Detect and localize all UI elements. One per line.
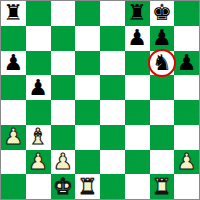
square-f2[interactable]	[125, 150, 150, 175]
square-e7[interactable]	[100, 26, 125, 51]
square-b7[interactable]	[26, 26, 51, 51]
piece-white-pawn[interactable]: ♟	[28, 151, 48, 173]
square-a4[interactable]	[1, 100, 26, 125]
square-h8[interactable]	[174, 1, 199, 26]
square-a3[interactable]: ♟	[1, 125, 26, 150]
square-c3[interactable]	[51, 125, 76, 150]
square-g2[interactable]	[150, 150, 175, 175]
square-h4[interactable]	[174, 100, 199, 125]
piece-black-pawn[interactable]: ♟	[127, 27, 147, 49]
square-f7[interactable]: ♟	[125, 26, 150, 51]
piece-black-knight[interactable]: ♞	[152, 52, 172, 74]
piece-white-rook[interactable]: ♜	[152, 176, 172, 198]
square-f1[interactable]	[125, 174, 150, 199]
square-d3[interactable]	[75, 125, 100, 150]
piece-black-pawn[interactable]: ♟	[28, 77, 48, 99]
square-f5[interactable]	[125, 75, 150, 100]
square-b3[interactable]: ♝	[26, 125, 51, 150]
square-h5[interactable]	[174, 75, 199, 100]
square-b6[interactable]	[26, 51, 51, 76]
square-e2[interactable]	[100, 150, 125, 175]
square-d7[interactable]	[75, 26, 100, 51]
square-e3[interactable]	[100, 125, 125, 150]
piece-black-king[interactable]: ♚	[152, 2, 172, 24]
square-a5[interactable]	[1, 75, 26, 100]
square-e1[interactable]	[100, 174, 125, 199]
square-g4[interactable]	[150, 100, 175, 125]
square-a7[interactable]	[1, 26, 26, 51]
chess-board: ♜♜♚♟♟♟♞♟♟♟♝♟♟♟♚♜♜	[0, 0, 200, 200]
square-b2[interactable]: ♟	[26, 150, 51, 175]
square-d2[interactable]	[75, 150, 100, 175]
square-g5[interactable]	[150, 75, 175, 100]
piece-white-pawn[interactable]: ♟	[177, 151, 197, 173]
square-g8[interactable]: ♚	[150, 1, 175, 26]
piece-black-rook[interactable]: ♜	[4, 2, 24, 24]
piece-white-pawn[interactable]: ♟	[4, 126, 24, 148]
square-a6[interactable]: ♟	[1, 51, 26, 76]
square-f8[interactable]: ♜	[125, 1, 150, 26]
square-a8[interactable]: ♜	[1, 1, 26, 26]
square-g7[interactable]: ♟	[150, 26, 175, 51]
square-d4[interactable]	[75, 100, 100, 125]
square-c2[interactable]: ♟	[51, 150, 76, 175]
piece-white-rook[interactable]: ♜	[78, 176, 98, 198]
square-g1[interactable]: ♜	[150, 174, 175, 199]
square-b8[interactable]	[26, 1, 51, 26]
square-e5[interactable]	[100, 75, 125, 100]
piece-white-bishop[interactable]: ♝	[28, 126, 48, 148]
square-f3[interactable]	[125, 125, 150, 150]
square-h2[interactable]: ♟	[174, 150, 199, 175]
piece-white-king[interactable]: ♚	[53, 176, 73, 198]
square-c5[interactable]	[51, 75, 76, 100]
square-e8[interactable]	[100, 1, 125, 26]
square-d1[interactable]: ♜	[75, 174, 100, 199]
square-b5[interactable]: ♟	[26, 75, 51, 100]
square-d5[interactable]	[75, 75, 100, 100]
square-a2[interactable]	[1, 150, 26, 175]
piece-black-pawn[interactable]: ♟	[177, 52, 197, 74]
square-b1[interactable]	[26, 174, 51, 199]
square-c1[interactable]: ♚	[51, 174, 76, 199]
square-c4[interactable]	[51, 100, 76, 125]
square-h1[interactable]	[174, 174, 199, 199]
square-a1[interactable]	[1, 174, 26, 199]
square-g3[interactable]	[150, 125, 175, 150]
square-h7[interactable]	[174, 26, 199, 51]
square-h3[interactable]	[174, 125, 199, 150]
square-g6[interactable]: ♞	[150, 51, 175, 76]
square-b4[interactable]	[26, 100, 51, 125]
square-c8[interactable]	[51, 1, 76, 26]
square-h6[interactable]: ♟	[174, 51, 199, 76]
square-d6[interactable]	[75, 51, 100, 76]
square-e4[interactable]	[100, 100, 125, 125]
piece-black-rook[interactable]: ♜	[127, 2, 147, 24]
square-f4[interactable]	[125, 100, 150, 125]
piece-black-pawn[interactable]: ♟	[4, 52, 24, 74]
square-c6[interactable]	[51, 51, 76, 76]
square-e6[interactable]	[100, 51, 125, 76]
piece-black-pawn[interactable]: ♟	[152, 27, 172, 49]
square-f6[interactable]	[125, 51, 150, 76]
square-d8[interactable]	[75, 1, 100, 26]
square-c7[interactable]	[51, 26, 76, 51]
piece-white-pawn[interactable]: ♟	[53, 151, 73, 173]
